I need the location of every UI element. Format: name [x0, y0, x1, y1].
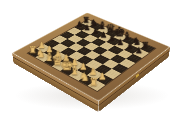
brass-latch-icon [136, 73, 139, 78]
piece-black-pawn[interactable]: ♟ [133, 46, 144, 55]
square-d4[interactable] [76, 47, 92, 56]
piece-white-rook[interactable]: ♜ [87, 76, 100, 87]
photo-backdrop: ♜♞♝♛♚♝♞♜♟♟♟♟♟♟♟♟♟♟♟♟♟♟♟♟♜♞♝♛♚♝♞♜ [0, 0, 180, 120]
